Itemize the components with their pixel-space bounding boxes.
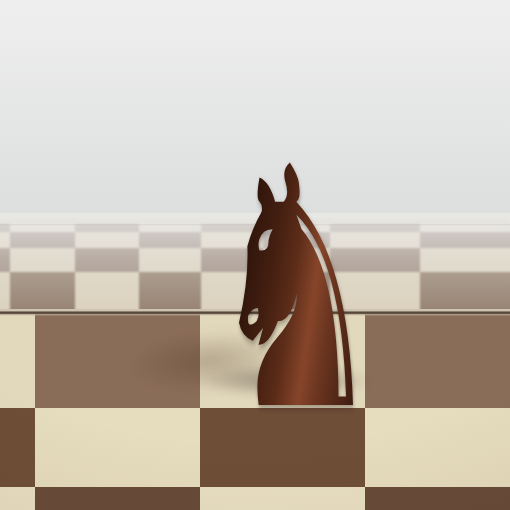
photo-of-chessboard: ♞ [0,0,510,510]
near-rank-3 [0,487,510,510]
near-square-r3-c6 [365,487,510,510]
near-square-r1-c3 [0,313,35,408]
near-square-r2-c4 [35,408,200,487]
near-square-r2-c6 [365,408,510,487]
black-knight-piece[interactable]: ♞ [207,124,386,456]
near-square-r1-c6 [365,313,510,408]
near-square-r2-c3 [0,408,35,487]
near-square-r3-c4 [35,487,200,510]
near-square-r3-c5 [200,487,365,510]
near-square-r3-c3 [0,487,35,510]
